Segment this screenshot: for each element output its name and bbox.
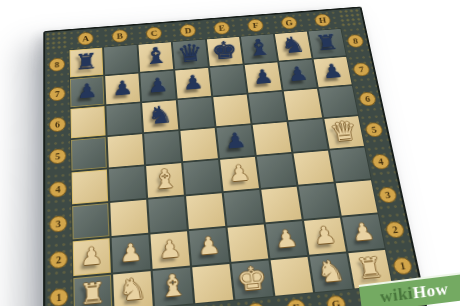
square-f5 <box>252 121 293 156</box>
piece-black-rook-a8: ♜ <box>75 50 98 73</box>
rank-label-right-5: 5 <box>359 113 390 146</box>
square-g7: ♟ <box>278 59 318 91</box>
rank-label-disc: 8 <box>49 57 65 72</box>
square-e5: ♟ <box>216 124 256 159</box>
square-a1: ♜ <box>72 274 113 306</box>
rank-label-right-8: 8 <box>341 26 370 56</box>
rank-label-right-7: 7 <box>347 54 376 85</box>
rank-label-disc: 5 <box>364 122 383 138</box>
rank-label-disc: 4 <box>371 154 391 170</box>
rank-label-disc: 3 <box>378 186 398 203</box>
piece-black-rook-h8: ♜ <box>314 32 340 54</box>
square-e8: ♚ <box>206 36 244 67</box>
piece-white-knight-g1: ♞ <box>315 256 347 288</box>
piece-white-rook-a1: ♜ <box>79 278 106 306</box>
rank-label-disc: 6 <box>49 117 66 133</box>
square-d2: ♟ <box>188 227 230 267</box>
piece-white-pawn-g2: ♟ <box>312 223 338 248</box>
square-e2 <box>226 223 269 262</box>
piece-black-queen-d8: ♛ <box>176 41 204 67</box>
file-label-disc: G <box>280 16 298 30</box>
square-f1 <box>269 256 314 297</box>
square-c8: ♝ <box>137 41 174 72</box>
file-label-disc: F <box>286 298 307 306</box>
rank-label-left-5: 5 <box>45 139 70 174</box>
square-c5 <box>143 130 182 165</box>
piece-black-pawn-f7: ♟ <box>251 66 274 87</box>
square-c1: ♝ <box>152 266 195 306</box>
square-c7: ♟ <box>139 70 176 102</box>
board-wrap: ABCDEFGH8♜♝♛♚♝♞♜87♟♟♟♟♟♟♟76♞65♟♛54♝♟4332… <box>43 6 428 306</box>
rank-label-disc: 5 <box>49 148 66 164</box>
square-b2: ♟ <box>111 234 152 274</box>
square-f4 <box>256 153 298 189</box>
rank-label-disc: 3 <box>49 215 67 233</box>
square-c4: ♝ <box>145 162 185 199</box>
chess-board: ABCDEFGH8♜♝♛♚♝♞♜87♟♟♟♟♟♟♟76♞65♟♛54♝♟4332… <box>43 6 428 306</box>
piece-white-king-e1: ♚ <box>235 262 268 296</box>
piece-white-pawn-a2: ♟ <box>80 243 104 269</box>
square-f3 <box>260 186 303 224</box>
square-g8: ♞ <box>274 31 313 62</box>
file-label-disc: H <box>314 13 332 27</box>
square-b4 <box>108 165 147 202</box>
rank-label-disc: 2 <box>385 221 406 239</box>
file-label-disc: F <box>247 19 264 33</box>
square-d1 <box>191 263 234 304</box>
square-f2: ♟ <box>265 220 309 259</box>
piece-white-pawn-b2: ♟ <box>119 240 143 266</box>
piece-white-pawn-c2: ♟ <box>158 236 182 262</box>
rank-label-left-8: 8 <box>45 50 69 81</box>
square-b8 <box>103 44 139 75</box>
piece-black-king-e8: ♚ <box>210 38 239 64</box>
square-d4 <box>182 159 223 195</box>
square-d6 <box>177 97 216 131</box>
square-a4 <box>71 168 110 205</box>
square-h6 <box>318 85 359 118</box>
file-label-disc: E <box>246 302 267 306</box>
square-h7: ♟ <box>313 56 353 88</box>
piece-white-queen-h5: ♛ <box>328 117 360 146</box>
square-g4 <box>292 150 334 186</box>
square-g2: ♟ <box>303 217 347 256</box>
piece-white-bishop-c1: ♝ <box>158 270 188 302</box>
square-b7: ♟ <box>104 73 141 106</box>
piece-white-rook-h1: ♜ <box>355 253 386 282</box>
rank-label-right-6: 6 <box>353 83 383 115</box>
piece-black-pawn-d7: ♟ <box>182 72 204 93</box>
square-e4: ♟ <box>219 156 260 192</box>
rank-label-left-7: 7 <box>45 78 69 110</box>
square-g1: ♞ <box>308 252 353 293</box>
rank-label-left-3: 3 <box>45 205 71 243</box>
rank-label-right-4: 4 <box>365 144 397 179</box>
file-label-disc: D <box>180 24 197 38</box>
square-a8: ♜ <box>69 47 105 78</box>
piece-black-pawn-h7: ♟ <box>321 61 345 81</box>
square-d7: ♟ <box>174 67 212 99</box>
square-g3 <box>297 182 340 220</box>
piece-white-pawn-e4: ♟ <box>227 161 251 184</box>
square-c3 <box>147 195 188 233</box>
rank-label-disc: 7 <box>49 87 65 102</box>
square-a6 <box>69 105 106 139</box>
square-c2: ♟ <box>149 230 191 270</box>
board-photo: ABCDEFGH8♜♝♛♚♝♞♜87♟♟♟♟♟♟♟76♞65♟♛54♝♟4332… <box>0 0 460 306</box>
border-corner-ornament <box>338 8 364 28</box>
square-a7: ♟ <box>69 75 105 108</box>
square-d8: ♛ <box>172 39 209 70</box>
square-b5 <box>107 133 145 168</box>
rank-label-left-4: 4 <box>45 172 71 208</box>
piece-black-pawn-c7: ♟ <box>147 75 169 96</box>
square-g6 <box>283 88 323 121</box>
piece-black-pawn-a7: ♟ <box>76 80 97 101</box>
file-label-disc: E <box>213 21 230 35</box>
file-label-disc: B <box>112 29 128 43</box>
rank-label-left-1: 1 <box>45 277 73 306</box>
square-h5: ♛ <box>323 115 365 149</box>
piece-white-pawn-f2: ♟ <box>273 226 299 251</box>
square-a2: ♟ <box>72 237 112 277</box>
border-corner-ornament <box>45 31 68 52</box>
rank-label-disc: 7 <box>352 62 371 77</box>
watermark-wiki-text: wiki <box>379 284 414 306</box>
piece-black-pawn-e5: ♟ <box>224 129 248 151</box>
piece-white-bishop-c4: ♝ <box>151 165 179 193</box>
rank-label-left-6: 6 <box>45 108 70 141</box>
square-d3 <box>185 192 226 230</box>
square-e1: ♚ <box>230 259 274 300</box>
square-f6 <box>248 91 288 124</box>
rank-label-right-3: 3 <box>372 177 404 213</box>
piece-black-knight-g8: ♞ <box>279 33 307 57</box>
rank-label-disc: 1 <box>392 257 413 276</box>
piece-black-knight-c6: ♞ <box>147 102 174 128</box>
rank-label-disc: 6 <box>358 91 377 106</box>
file-label-disc: A <box>78 32 94 46</box>
square-b6 <box>105 102 143 136</box>
square-g5 <box>287 118 328 153</box>
rank-label-disc: 8 <box>346 34 364 48</box>
square-c6: ♞ <box>141 99 179 133</box>
file-label-bottom-g: G <box>314 290 358 306</box>
square-a3 <box>71 202 110 240</box>
square-f8: ♝ <box>240 33 278 64</box>
square-d5 <box>179 127 219 162</box>
piece-white-pawn-h2: ♟ <box>350 219 377 244</box>
square-b3 <box>109 199 149 237</box>
rank-label-disc: 1 <box>50 288 69 306</box>
piece-black-pawn-g7: ♟ <box>286 64 309 85</box>
watermark-how-text: How <box>412 279 450 303</box>
rank-label-disc: 4 <box>49 181 67 198</box>
square-f7: ♟ <box>244 62 283 94</box>
piece-white-pawn-d2: ♟ <box>196 233 221 258</box>
rank-label-left-2: 2 <box>45 241 72 280</box>
piece-white-knight-b1: ♞ <box>118 274 148 306</box>
piece-black-bishop-f8: ♝ <box>245 36 272 60</box>
piece-black-bishop-c8: ♝ <box>143 44 169 68</box>
square-h8: ♜ <box>308 28 347 59</box>
square-b1: ♞ <box>112 270 154 306</box>
square-e6 <box>212 94 251 128</box>
square-e3 <box>223 189 265 227</box>
square-a5 <box>70 136 108 171</box>
file-label-disc: G <box>326 295 347 306</box>
rank-label-disc: 2 <box>49 251 67 270</box>
square-e7 <box>209 64 248 96</box>
piece-black-pawn-b7: ♟ <box>112 78 134 99</box>
file-label-disc: C <box>146 26 163 40</box>
